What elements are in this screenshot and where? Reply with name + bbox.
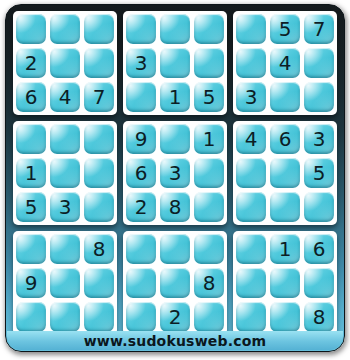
cell-r6c8[interactable] [270,192,300,222]
sudoku-box-1: 2647 [13,11,117,115]
cell-r6c4[interactable]: 2 [126,192,156,222]
cell-r7c2[interactable] [50,234,80,264]
cell-r1c9[interactable]: 7 [304,14,334,44]
cell-r3c9[interactable] [304,82,334,112]
cell-r6c7[interactable] [236,192,266,222]
site-link[interactable]: www.sudokusweb.com [7,331,343,350]
cell-r4c1[interactable] [16,124,46,154]
cell-r7c6[interactable] [194,234,224,264]
cell-r6c2[interactable]: 3 [50,192,80,222]
cell-r2c4[interactable]: 3 [126,48,156,78]
cell-r6c1[interactable]: 5 [16,192,46,222]
cell-r1c2[interactable] [50,14,80,44]
cell-r7c4[interactable] [126,234,156,264]
cell-r4c2[interactable] [50,124,80,154]
cell-r1c6[interactable] [194,14,224,44]
cell-r3c2[interactable]: 4 [50,82,80,112]
cell-r4c8[interactable]: 6 [270,124,300,154]
cell-r8c1[interactable]: 9 [16,268,46,298]
cell-r1c5[interactable] [160,14,190,44]
cell-r5c5[interactable]: 3 [160,158,190,188]
cell-r2c1[interactable]: 2 [16,48,46,78]
sudoku-box-9: 168 [233,231,337,335]
cell-r2c9[interactable] [304,48,334,78]
cell-r5c4[interactable]: 6 [126,158,156,188]
cell-r9c5[interactable]: 2 [160,302,190,332]
sudoku-box-6: 4635 [233,121,337,225]
cell-r5c9[interactable]: 5 [304,158,334,188]
cell-r4c5[interactable] [160,124,190,154]
cell-r8c3[interactable] [84,268,114,298]
cell-r5c3[interactable] [84,158,114,188]
cell-r8c2[interactable] [50,268,80,298]
cell-r9c3[interactable] [84,302,114,332]
sudoku-box-8: 82 [123,231,227,335]
cell-r4c3[interactable] [84,124,114,154]
sudoku-box-5: 916328 [123,121,227,225]
cell-r8c8[interactable] [270,268,300,298]
sudoku-box-2: 315 [123,11,227,115]
cell-r2c2[interactable] [50,48,80,78]
cell-r6c6[interactable] [194,192,224,222]
cell-r3c1[interactable]: 6 [16,82,46,112]
sudoku-box-4: 153 [13,121,117,225]
cell-r6c5[interactable]: 8 [160,192,190,222]
cell-r6c9[interactable] [304,192,334,222]
cell-r4c9[interactable]: 3 [304,124,334,154]
cell-r5c6[interactable] [194,158,224,188]
cell-r9c9[interactable]: 8 [304,302,334,332]
cell-r5c1[interactable]: 1 [16,158,46,188]
cell-r8c7[interactable] [236,268,266,298]
cell-r3c3[interactable]: 7 [84,82,114,112]
cell-r2c6[interactable] [194,48,224,78]
cell-r5c2[interactable] [50,158,80,188]
sudoku-board-panel: 2647315574315391632846358982168 www.sudo… [5,4,345,352]
cell-r6c3[interactable] [84,192,114,222]
cell-r1c8[interactable]: 5 [270,14,300,44]
cell-r3c8[interactable] [270,82,300,112]
cell-r1c7[interactable] [236,14,266,44]
cell-r5c8[interactable] [270,158,300,188]
cell-r3c4[interactable] [126,82,156,112]
cell-r7c1[interactable] [16,234,46,264]
cell-r7c8[interactable]: 1 [270,234,300,264]
cell-r8c6[interactable]: 8 [194,268,224,298]
cell-r7c3[interactable]: 8 [84,234,114,264]
sudoku-grid: 2647315574315391632846358982168 [13,11,337,335]
cell-r8c4[interactable] [126,268,156,298]
cell-r9c6[interactable] [194,302,224,332]
cell-r3c7[interactable]: 3 [236,82,266,112]
sudoku-box-3: 5743 [233,11,337,115]
cell-r7c9[interactable]: 6 [304,234,334,264]
cell-r7c5[interactable] [160,234,190,264]
cell-r1c3[interactable] [84,14,114,44]
sudoku-box-7: 89 [13,231,117,335]
cell-r1c1[interactable] [16,14,46,44]
cell-r2c5[interactable] [160,48,190,78]
cell-r8c5[interactable] [160,268,190,298]
cell-r1c4[interactable] [126,14,156,44]
cell-r3c6[interactable]: 5 [194,82,224,112]
cell-r8c9[interactable] [304,268,334,298]
cell-r2c8[interactable]: 4 [270,48,300,78]
cell-r7c7[interactable] [236,234,266,264]
cell-r9c1[interactable] [16,302,46,332]
cell-r9c2[interactable] [50,302,80,332]
cell-r5c7[interactable] [236,158,266,188]
cell-r4c7[interactable]: 4 [236,124,266,154]
cell-r2c3[interactable] [84,48,114,78]
cell-r3c5[interactable]: 1 [160,82,190,112]
cell-r9c7[interactable] [236,302,266,332]
cell-r9c4[interactable] [126,302,156,332]
cell-r9c8[interactable] [270,302,300,332]
cell-r2c7[interactable] [236,48,266,78]
cell-r4c6[interactable]: 1 [194,124,224,154]
cell-r4c4[interactable]: 9 [126,124,156,154]
